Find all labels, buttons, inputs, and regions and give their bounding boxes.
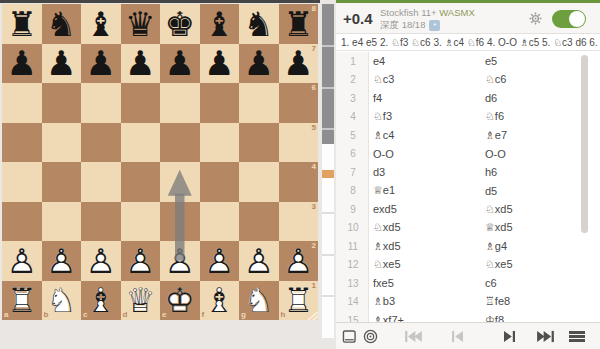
square-c3[interactable]	[81, 202, 121, 242]
window-top-edge	[0, 0, 320, 3]
piece-black-knight[interactable]: ♞	[42, 4, 82, 44]
next-move-icon	[504, 330, 515, 343]
move-number: 10	[336, 222, 370, 233]
square-g3[interactable]	[239, 202, 279, 242]
piece-white-pawn[interactable]: ♟♙	[279, 241, 319, 281]
gauge-tick	[322, 254, 334, 256]
evaluation-gauge-black-fill	[322, 4, 334, 144]
square-c5[interactable]	[81, 123, 121, 163]
square-b8[interactable]: ♞	[42, 4, 82, 44]
move-row: 7d3h6	[336, 163, 600, 182]
move-row: 8♕e1d5	[336, 182, 600, 201]
square-f3[interactable]	[200, 202, 240, 242]
square-c8[interactable]: ♝	[81, 4, 121, 44]
move-row: 12♘xe5♘xe5	[336, 256, 600, 275]
piece-white-pawn[interactable]: ♟♙	[160, 241, 200, 281]
square-g7[interactable]: ♟	[239, 44, 279, 84]
square-b7[interactable]: ♟	[42, 44, 82, 84]
move-white[interactable]: ♗b3	[370, 295, 482, 308]
square-h3[interactable]: 3	[279, 202, 319, 242]
move-white[interactable]: ♘f3	[370, 110, 482, 123]
move-white[interactable]: ♗xf7+	[370, 314, 482, 322]
move-white[interactable]: O-O	[370, 148, 482, 160]
square-a2[interactable]: ♟♙	[2, 241, 42, 281]
move-list[interactable]: 1e4e52♘c3♘c63f4d64♘f3♘f65♗c4♗e76O-OO-O7d…	[336, 52, 600, 322]
square-d8[interactable]: ♛	[121, 4, 161, 44]
engine-toggle[interactable]	[552, 10, 586, 28]
square-e5[interactable]	[160, 123, 200, 163]
evaluation-gauge	[322, 4, 334, 338]
square-e8[interactable]: ♚	[160, 4, 200, 44]
piece-white-bishop[interactable]: ♝♗	[200, 281, 240, 321]
practice-button[interactable]	[361, 328, 379, 345]
square-g8[interactable]: ♞	[239, 4, 279, 44]
piece-black-bishop[interactable]: ♝	[200, 4, 240, 44]
square-f6[interactable]	[200, 83, 240, 123]
move-row: 10♘xd5♕xd5	[336, 219, 600, 238]
square-b1[interactable]: b♞♘	[42, 281, 82, 321]
move-number: 6	[336, 148, 370, 159]
square-f7[interactable]: ♟	[200, 44, 240, 84]
move-black[interactable]: ♘xe5	[482, 258, 600, 271]
previous-move-button[interactable]	[448, 328, 466, 345]
square-a4[interactable]	[2, 162, 42, 202]
square-e4[interactable]	[160, 162, 200, 202]
move-row: 11♗xd5♗g4	[336, 237, 600, 256]
last-move-icon	[537, 330, 554, 343]
next-move-button[interactable]	[500, 328, 518, 345]
engine-name: Stockfish 11+ WASMX	[380, 7, 475, 18]
move-black[interactable]: c6	[482, 277, 600, 289]
square-a5[interactable]	[2, 123, 42, 163]
piece-white-pawn[interactable]: ♟♙	[42, 241, 82, 281]
move-white[interactable]: fxe5	[370, 277, 482, 289]
move-black[interactable]: ♗g4	[482, 240, 600, 253]
square-d3[interactable]	[121, 202, 161, 242]
square-a3[interactable]	[2, 202, 42, 242]
gauge-tick	[322, 295, 334, 297]
opening-book-icon	[342, 330, 357, 343]
piece-black-pawn[interactable]: ♟	[200, 44, 240, 84]
piece-black-rook[interactable]: ♜	[2, 4, 42, 44]
square-e3[interactable]	[160, 202, 200, 242]
piece-white-rook[interactable]: ♜♖	[2, 281, 42, 321]
move-row: 13fxe5c6	[336, 274, 600, 293]
piece-black-queen[interactable]: ♛	[121, 4, 161, 44]
piece-white-pawn[interactable]: ♟♙	[2, 241, 42, 281]
piece-white-bishop[interactable]: ♝♗	[81, 281, 121, 321]
engine-depth: 深度 18/18*	[380, 19, 440, 32]
piece-black-pawn[interactable]: ♟	[160, 44, 200, 84]
analysis-panel: +0.4 Stockfish 11+ WASMX 深度 18/18* 1. e4…	[336, 0, 600, 349]
gauge-tick	[322, 45, 334, 47]
piece-black-pawn[interactable]: ♟	[42, 44, 82, 84]
piece-black-pawn[interactable]: ♟	[239, 44, 279, 84]
first-move-icon	[405, 330, 422, 343]
chess-board[interactable]: ♜♞♝♛♚♝♞8♜♟♟♟♟♟♟♟7♟6543♟♙♟♙♟♙♟♙♟♙♟♙♟♙2♟♙a…	[2, 4, 318, 320]
square-h7[interactable]: 7♟	[279, 44, 319, 84]
rank-coordinate: 6	[312, 84, 316, 92]
piece-black-pawn[interactable]: ♟	[81, 44, 121, 84]
move-number: 3	[336, 93, 370, 104]
move-number: 15	[336, 315, 370, 322]
piece-white-knight[interactable]: ♞♘	[42, 281, 82, 321]
square-g4[interactable]	[239, 162, 279, 202]
evaluation-score: +0.4	[343, 10, 373, 27]
square-d5[interactable]	[121, 123, 161, 163]
depth-badge-icon: *	[429, 20, 440, 31]
move-white[interactable]: d3	[370, 166, 482, 178]
square-c6[interactable]	[81, 83, 121, 123]
piece-black-bishop[interactable]: ♝	[81, 4, 121, 44]
board-resize-handle[interactable]	[306, 310, 318, 320]
square-f4[interactable]	[200, 162, 240, 202]
move-white[interactable]: ♗xd5	[370, 240, 482, 253]
square-a7[interactable]: ♟	[2, 44, 42, 84]
move-number: 13	[336, 278, 370, 289]
square-b4[interactable]	[42, 162, 82, 202]
move-number: 7	[336, 167, 370, 178]
square-e6[interactable]	[160, 83, 200, 123]
square-e1[interactable]: e♚♔	[160, 281, 200, 321]
square-c4[interactable]	[81, 162, 121, 202]
move-number: 1	[336, 56, 370, 67]
gear-icon[interactable]	[529, 12, 542, 25]
square-h5[interactable]: 5	[279, 123, 319, 163]
move-number: 2	[336, 74, 370, 85]
square-g2[interactable]: ♟♙	[239, 241, 279, 281]
piece-black-knight[interactable]: ♞	[239, 4, 279, 44]
first-move-button[interactable]	[404, 328, 422, 345]
square-h4[interactable]: 4	[279, 162, 319, 202]
opening-book-button[interactable]	[340, 328, 358, 345]
principal-variation[interactable]: 1. e4 e5 2. ♘f3 ♘c6 3. ♗c4 ♘f6 4. O-O ♗c…	[336, 35, 600, 51]
move-white[interactable]: e4	[370, 55, 482, 67]
move-number: 8	[336, 185, 370, 196]
piece-white-pawn[interactable]: ♟♙	[239, 241, 279, 281]
move-row: 15♗xf7+♔f8	[336, 311, 600, 322]
move-row: 6O-OO-O	[336, 145, 600, 164]
toggle-knob	[569, 11, 585, 27]
move-white[interactable]: ♘xd5	[370, 221, 482, 234]
piece-black-pawn[interactable]: ♟	[279, 44, 319, 84]
piece-black-pawn[interactable]: ♟	[121, 44, 161, 84]
square-d2[interactable]: ♟♙	[121, 241, 161, 281]
rank-coordinate: 3	[312, 203, 316, 211]
square-c1[interactable]: c♝♗	[81, 281, 121, 321]
move-number: 5	[336, 130, 370, 141]
piece-white-king[interactable]: ♚♔	[160, 281, 200, 321]
previous-move-icon	[452, 330, 463, 343]
square-g1[interactable]: g♞♘	[239, 281, 279, 321]
engine-header: +0.4 Stockfish 11+ WASMX 深度 18/18*	[336, 3, 600, 34]
square-a6[interactable]	[2, 83, 42, 123]
move-black[interactable]: ♔f8	[482, 314, 600, 322]
gauge-tick	[322, 212, 334, 214]
move-number: 9	[336, 204, 370, 215]
square-f8[interactable]: ♝	[200, 4, 240, 44]
square-a8[interactable]: ♜	[2, 4, 42, 44]
practice-target-icon	[363, 329, 378, 344]
move-white[interactable]: ♗c4	[370, 129, 482, 142]
move-row: 4♘f3♘f6	[336, 108, 600, 127]
rank-coordinate: 4	[312, 163, 316, 171]
square-d1[interactable]: d♛♕	[121, 281, 161, 321]
analysis-toolbar	[336, 322, 600, 349]
move-row: 5♗c4♗e7	[336, 126, 600, 145]
square-b5[interactable]	[42, 123, 82, 163]
square-d4[interactable]	[121, 162, 161, 202]
move-row: 14♗b3♖fe8	[336, 293, 600, 312]
menu-icon	[569, 330, 585, 343]
move-white[interactable]: ♘xe5	[370, 258, 482, 271]
piece-white-pawn[interactable]: ♟♙	[81, 241, 121, 281]
square-f1[interactable]: f♝♗	[200, 281, 240, 321]
square-e7[interactable]: ♟	[160, 44, 200, 84]
piece-black-king[interactable]: ♚	[160, 4, 200, 44]
square-f2[interactable]: ♟♙	[200, 241, 240, 281]
square-a1[interactable]: a♜♖	[2, 281, 42, 321]
move-number: 11	[336, 241, 370, 252]
square-h8[interactable]: 8♜	[279, 4, 319, 44]
square-c2[interactable]: ♟♙	[81, 241, 121, 281]
gauge-mid-tick	[322, 170, 334, 178]
square-g6[interactable]	[239, 83, 279, 123]
move-white[interactable]: ♘c3	[370, 73, 482, 86]
menu-button[interactable]	[568, 328, 586, 345]
piece-black-rook[interactable]: ♜	[279, 4, 319, 44]
piece-white-queen[interactable]: ♛♕	[121, 281, 161, 321]
piece-white-pawn[interactable]: ♟♙	[121, 241, 161, 281]
move-number: 4	[336, 111, 370, 122]
piece-white-pawn[interactable]: ♟♙	[200, 241, 240, 281]
scrollbar-thumb[interactable]	[581, 55, 588, 233]
engine-tech-label: WASMX	[439, 7, 475, 18]
square-f5[interactable]	[200, 123, 240, 163]
move-row: 9exd5♘xd5	[336, 200, 600, 219]
move-black[interactable]: ♖fe8	[482, 295, 600, 308]
square-c7[interactable]: ♟	[81, 44, 121, 84]
square-d6[interactable]	[121, 83, 161, 123]
move-white[interactable]: exd5	[370, 203, 482, 215]
square-g5[interactable]	[239, 123, 279, 163]
square-d7[interactable]: ♟	[121, 44, 161, 84]
square-b3[interactable]	[42, 202, 82, 242]
piece-white-knight[interactable]: ♞♘	[239, 281, 279, 321]
gauge-tick	[322, 87, 334, 89]
move-white[interactable]: ♕e1	[370, 184, 482, 197]
move-row: 2♘c3♘c6	[336, 71, 600, 90]
square-h6[interactable]: 6	[279, 83, 319, 123]
square-h2[interactable]: 2♟♙	[279, 241, 319, 281]
move-row: 3f4d6	[336, 89, 600, 108]
move-number: 14	[336, 296, 370, 307]
gauge-tick	[322, 128, 334, 130]
move-white[interactable]: f4	[370, 92, 482, 104]
square-b2[interactable]: ♟♙	[42, 241, 82, 281]
last-move-button[interactable]	[536, 328, 554, 345]
square-b6[interactable]	[42, 83, 82, 123]
square-e2[interactable]: ♟♙	[160, 241, 200, 281]
rank-coordinate: 5	[312, 124, 316, 132]
piece-black-pawn[interactable]: ♟	[2, 44, 42, 84]
move-number: 12	[336, 259, 370, 270]
move-row: 1e4e5	[336, 52, 600, 71]
